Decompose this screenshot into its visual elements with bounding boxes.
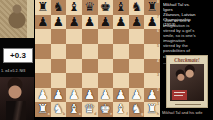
file-label: g	[141, 113, 143, 117]
square-e2[interactable]: ♟	[98, 88, 114, 103]
square-d6[interactable]	[82, 29, 98, 44]
rank-label: 2	[157, 89, 159, 93]
square-b8[interactable]: ♞	[51, 0, 67, 15]
square-b5[interactable]	[51, 44, 67, 59]
square-c1[interactable]: ♝c	[66, 102, 82, 117]
black-knight: ♞	[131, 1, 142, 14]
square-d5[interactable]	[82, 44, 98, 59]
square-c6[interactable]	[66, 29, 82, 44]
book-title: Checkmate!	[171, 57, 202, 62]
black-pawn: ♟	[53, 15, 64, 28]
square-d7[interactable]: ♟	[82, 15, 98, 30]
white-pawn: ♟	[68, 88, 79, 101]
square-h5[interactable]: 5	[144, 44, 160, 59]
square-d4[interactable]	[82, 59, 98, 74]
file-label: a	[48, 113, 50, 117]
square-g3[interactable]	[129, 73, 145, 88]
square-e3[interactable]	[98, 73, 114, 88]
square-g1[interactable]: ♞g	[129, 102, 145, 117]
square-e7[interactable]: ♟	[98, 15, 114, 30]
square-d2[interactable]: ♟	[82, 88, 98, 103]
square-f2[interactable]: ♟	[113, 88, 129, 103]
black-bishop: ♝	[115, 1, 126, 14]
square-b1[interactable]: ♞b	[51, 102, 67, 117]
square-c5[interactable]	[66, 44, 82, 59]
square-a6[interactable]	[35, 29, 51, 44]
black-queen: ♛	[84, 1, 95, 14]
square-e1[interactable]: ♚e	[98, 102, 114, 117]
cover-footer-text	[175, 104, 201, 105]
square-a5[interactable]	[35, 44, 51, 59]
black-pawn: ♟	[100, 15, 111, 28]
square-h2[interactable]: ♟2	[144, 88, 160, 103]
square-b2[interactable]: ♟	[51, 88, 67, 103]
square-h3[interactable]: 3	[144, 73, 160, 88]
square-e4[interactable]	[98, 59, 114, 74]
white-pawn: ♟	[131, 88, 142, 101]
square-g6[interactable]	[129, 29, 145, 44]
square-f5[interactable]	[113, 44, 129, 59]
square-b4[interactable]	[51, 59, 67, 74]
left-sidebar: +0.3 1. e4 e5 2. Nf3	[0, 0, 34, 120]
square-h1[interactable]: ♜1h	[144, 102, 160, 117]
chess-board[interactable]: ♜♞♝♛♚♝♞♜8♟♟♟♟♟♟♟♟76543♟♟♟♟♟♟♟♟2♜a♞b♝c♛d♚…	[35, 0, 160, 117]
square-h7[interactable]: ♟7	[144, 15, 160, 30]
square-h8[interactable]: ♜8	[144, 0, 160, 15]
black-pawn: ♟	[115, 15, 126, 28]
red-label-badge	[172, 90, 187, 100]
square-f6[interactable]	[113, 29, 129, 44]
square-d1[interactable]: ♛d	[82, 102, 98, 117]
rank-label: 7	[157, 16, 159, 20]
square-h4[interactable]: 4	[144, 59, 160, 74]
video-frame: +0.3 1. e4 e5 2. Nf3 ♜♞♝♛♚♝♞♜8♟♟♟♟♟♟♟♟76…	[0, 0, 213, 120]
square-g2[interactable]: ♟	[129, 88, 145, 103]
quote-text: "Just as one's imagination is stirred by…	[163, 18, 198, 59]
square-f7[interactable]: ♟	[113, 15, 129, 30]
white-bishop: ♝	[115, 103, 126, 116]
rank-label: 6	[157, 30, 159, 34]
square-g4[interactable]	[129, 59, 145, 74]
black-pawn: ♟	[131, 15, 142, 28]
square-e5[interactable]	[98, 44, 114, 59]
engine-eval-badge: +0.3	[3, 48, 33, 63]
vintage-engraving-image	[0, 0, 34, 38]
square-a8[interactable]: ♜	[35, 0, 51, 15]
file-label: b	[63, 113, 65, 117]
rank-label: 1	[157, 103, 159, 107]
rank-label: 4	[157, 60, 159, 64]
eval-score: +0.3	[10, 51, 26, 60]
file-label: h	[157, 113, 159, 117]
tal-portrait-photo	[0, 77, 34, 120]
black-knight: ♞	[53, 1, 64, 14]
file-label: f	[127, 113, 128, 117]
white-pawn: ♟	[84, 88, 95, 101]
white-pawn: ♟	[37, 88, 48, 101]
square-a3[interactable]	[35, 73, 51, 88]
square-c4[interactable]	[66, 59, 82, 74]
square-d8[interactable]: ♛	[82, 0, 98, 15]
square-f1[interactable]: ♝f	[113, 102, 129, 117]
file-label: c	[79, 113, 81, 117]
checkmate-book-cover: Checkmate!	[166, 55, 208, 108]
rank-label: 5	[157, 45, 159, 49]
square-g7[interactable]: ♟	[129, 15, 145, 30]
square-h6[interactable]: 6	[144, 29, 160, 44]
square-d3[interactable]	[82, 73, 98, 88]
black-pawn: ♟	[68, 15, 79, 28]
square-a4[interactable]	[35, 59, 51, 74]
square-a1[interactable]: ♜a	[35, 102, 51, 117]
black-rook: ♜	[37, 1, 48, 14]
black-bishop: ♝	[68, 1, 79, 14]
rank-label: 8	[157, 1, 159, 5]
right-panel: Mikhail Tal vs. Igors Zilanovs, Latvian …	[160, 0, 213, 120]
header-line-1: Mikhail Tal vs. Igors	[163, 2, 198, 12]
square-f3[interactable]	[113, 73, 129, 88]
couple-photo	[170, 64, 204, 101]
square-f4[interactable]	[113, 59, 129, 74]
square-c8[interactable]: ♝	[66, 0, 82, 15]
square-c2[interactable]: ♟	[66, 88, 82, 103]
square-a7[interactable]: ♟	[35, 15, 51, 30]
black-pawn: ♟	[84, 15, 95, 28]
white-pawn: ♟	[100, 88, 111, 101]
square-b6[interactable]	[51, 29, 67, 44]
file-label: d	[94, 113, 96, 117]
move-list-snippet: 1. e4 e5 2. Nf3	[1, 69, 30, 73]
black-king: ♚	[100, 1, 111, 14]
white-pawn: ♟	[53, 88, 64, 101]
square-b3[interactable]	[51, 73, 67, 88]
square-e6[interactable]	[98, 29, 114, 44]
rank-label: 3	[157, 74, 159, 78]
square-a2[interactable]: ♟	[35, 88, 51, 103]
black-pawn: ♟	[37, 15, 48, 28]
square-c7[interactable]: ♟	[66, 15, 82, 30]
file-label: e	[110, 113, 112, 117]
square-c3[interactable]	[66, 73, 82, 88]
square-e8[interactable]: ♚	[98, 0, 114, 15]
photo-caption: Mikhail Tal and his wife	[162, 111, 208, 115]
square-b7[interactable]: ♟	[51, 15, 67, 30]
square-g5[interactable]	[129, 44, 145, 59]
white-pawn: ♟	[115, 88, 126, 101]
square-f8[interactable]: ♝	[113, 0, 129, 15]
square-g8[interactable]: ♞	[129, 0, 145, 15]
